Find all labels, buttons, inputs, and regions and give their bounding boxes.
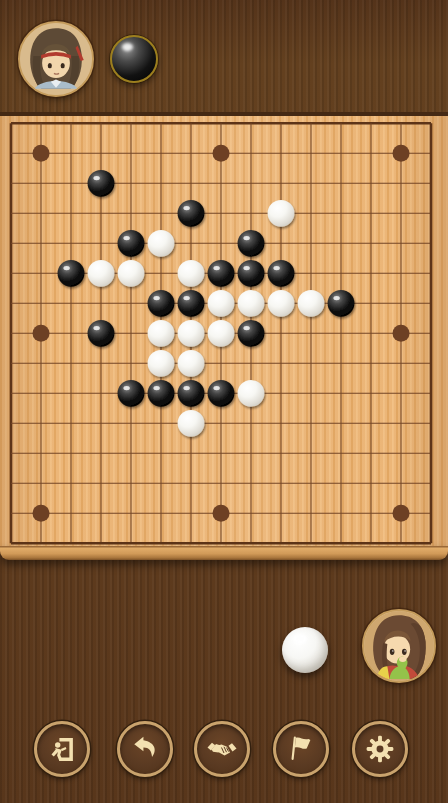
settings-button[interactable] (352, 721, 408, 777)
stone-highlight (153, 386, 159, 390)
stone-highlight (153, 296, 159, 300)
black-stone (328, 290, 355, 317)
board-front-edge (0, 546, 448, 560)
black-stone (118, 230, 145, 257)
stone-highlight (243, 236, 249, 240)
white-stone (208, 290, 235, 317)
black-stone (58, 260, 85, 287)
black-stone (208, 260, 235, 287)
stone-highlight (273, 266, 279, 270)
stone-highlight (93, 326, 99, 330)
white-stone (208, 320, 235, 347)
star-point (213, 145, 230, 162)
bottom-player-avatar[interactable] (362, 609, 436, 683)
stone-highlight (183, 206, 189, 210)
black-stone (268, 260, 295, 287)
black-stone (148, 380, 175, 407)
stone-highlight (213, 266, 219, 270)
white-stone-indicator (282, 627, 328, 673)
stone-highlight (243, 266, 249, 270)
stone-highlight (183, 386, 189, 390)
resign-button[interactable] (273, 721, 329, 777)
star-point (33, 145, 50, 162)
stone-highlight (243, 326, 249, 330)
stone-highlight (123, 236, 129, 240)
black-stone (208, 380, 235, 407)
stone-highlight (333, 296, 339, 300)
white-stone (238, 380, 265, 407)
white-stone (298, 290, 325, 317)
black-stone (178, 200, 205, 227)
white-stone (178, 350, 205, 377)
black-stone (178, 290, 205, 317)
gomoku-board[interactable] (0, 112, 448, 546)
black-stone (88, 320, 115, 347)
white-stone (178, 320, 205, 347)
white-stone (148, 230, 175, 257)
white-stone (148, 320, 175, 347)
star-point (33, 505, 50, 522)
top-avatar-illustration (20, 23, 92, 95)
stone-highlight (63, 266, 69, 270)
star-point (213, 505, 230, 522)
stone-highlight (93, 176, 99, 180)
star-point (393, 325, 410, 342)
black-stone (238, 320, 265, 347)
white-stone (268, 200, 295, 227)
black-stone (238, 260, 265, 287)
offer-draw-button[interactable] (194, 721, 250, 777)
white-stone (268, 290, 295, 317)
undo-arrow-icon (132, 736, 159, 763)
top-player-avatar[interactable] (18, 21, 94, 97)
exit-button[interactable] (34, 721, 90, 777)
black-stone (238, 230, 265, 257)
stone-highlight (183, 296, 189, 300)
bottom-avatar-illustration (364, 611, 434, 681)
star-point (393, 505, 410, 522)
white-stone (178, 410, 205, 437)
white-stone (178, 260, 205, 287)
star-point (393, 145, 410, 162)
stone-highlight (123, 386, 129, 390)
white-stone (88, 260, 115, 287)
stone-highlight (213, 386, 219, 390)
white-stone (118, 260, 145, 287)
star-point (33, 325, 50, 342)
black-stone (148, 290, 175, 317)
black-stone (88, 170, 115, 197)
black-stone (118, 380, 145, 407)
white-stone (148, 350, 175, 377)
black-stone (178, 380, 205, 407)
flag-icon (288, 735, 314, 763)
undo-button[interactable] (117, 721, 173, 777)
gear-icon (366, 735, 394, 763)
white-stone (238, 290, 265, 317)
handshake-icon (207, 738, 237, 760)
black-stone-indicator (110, 35, 158, 83)
door-exit-icon (49, 736, 76, 763)
